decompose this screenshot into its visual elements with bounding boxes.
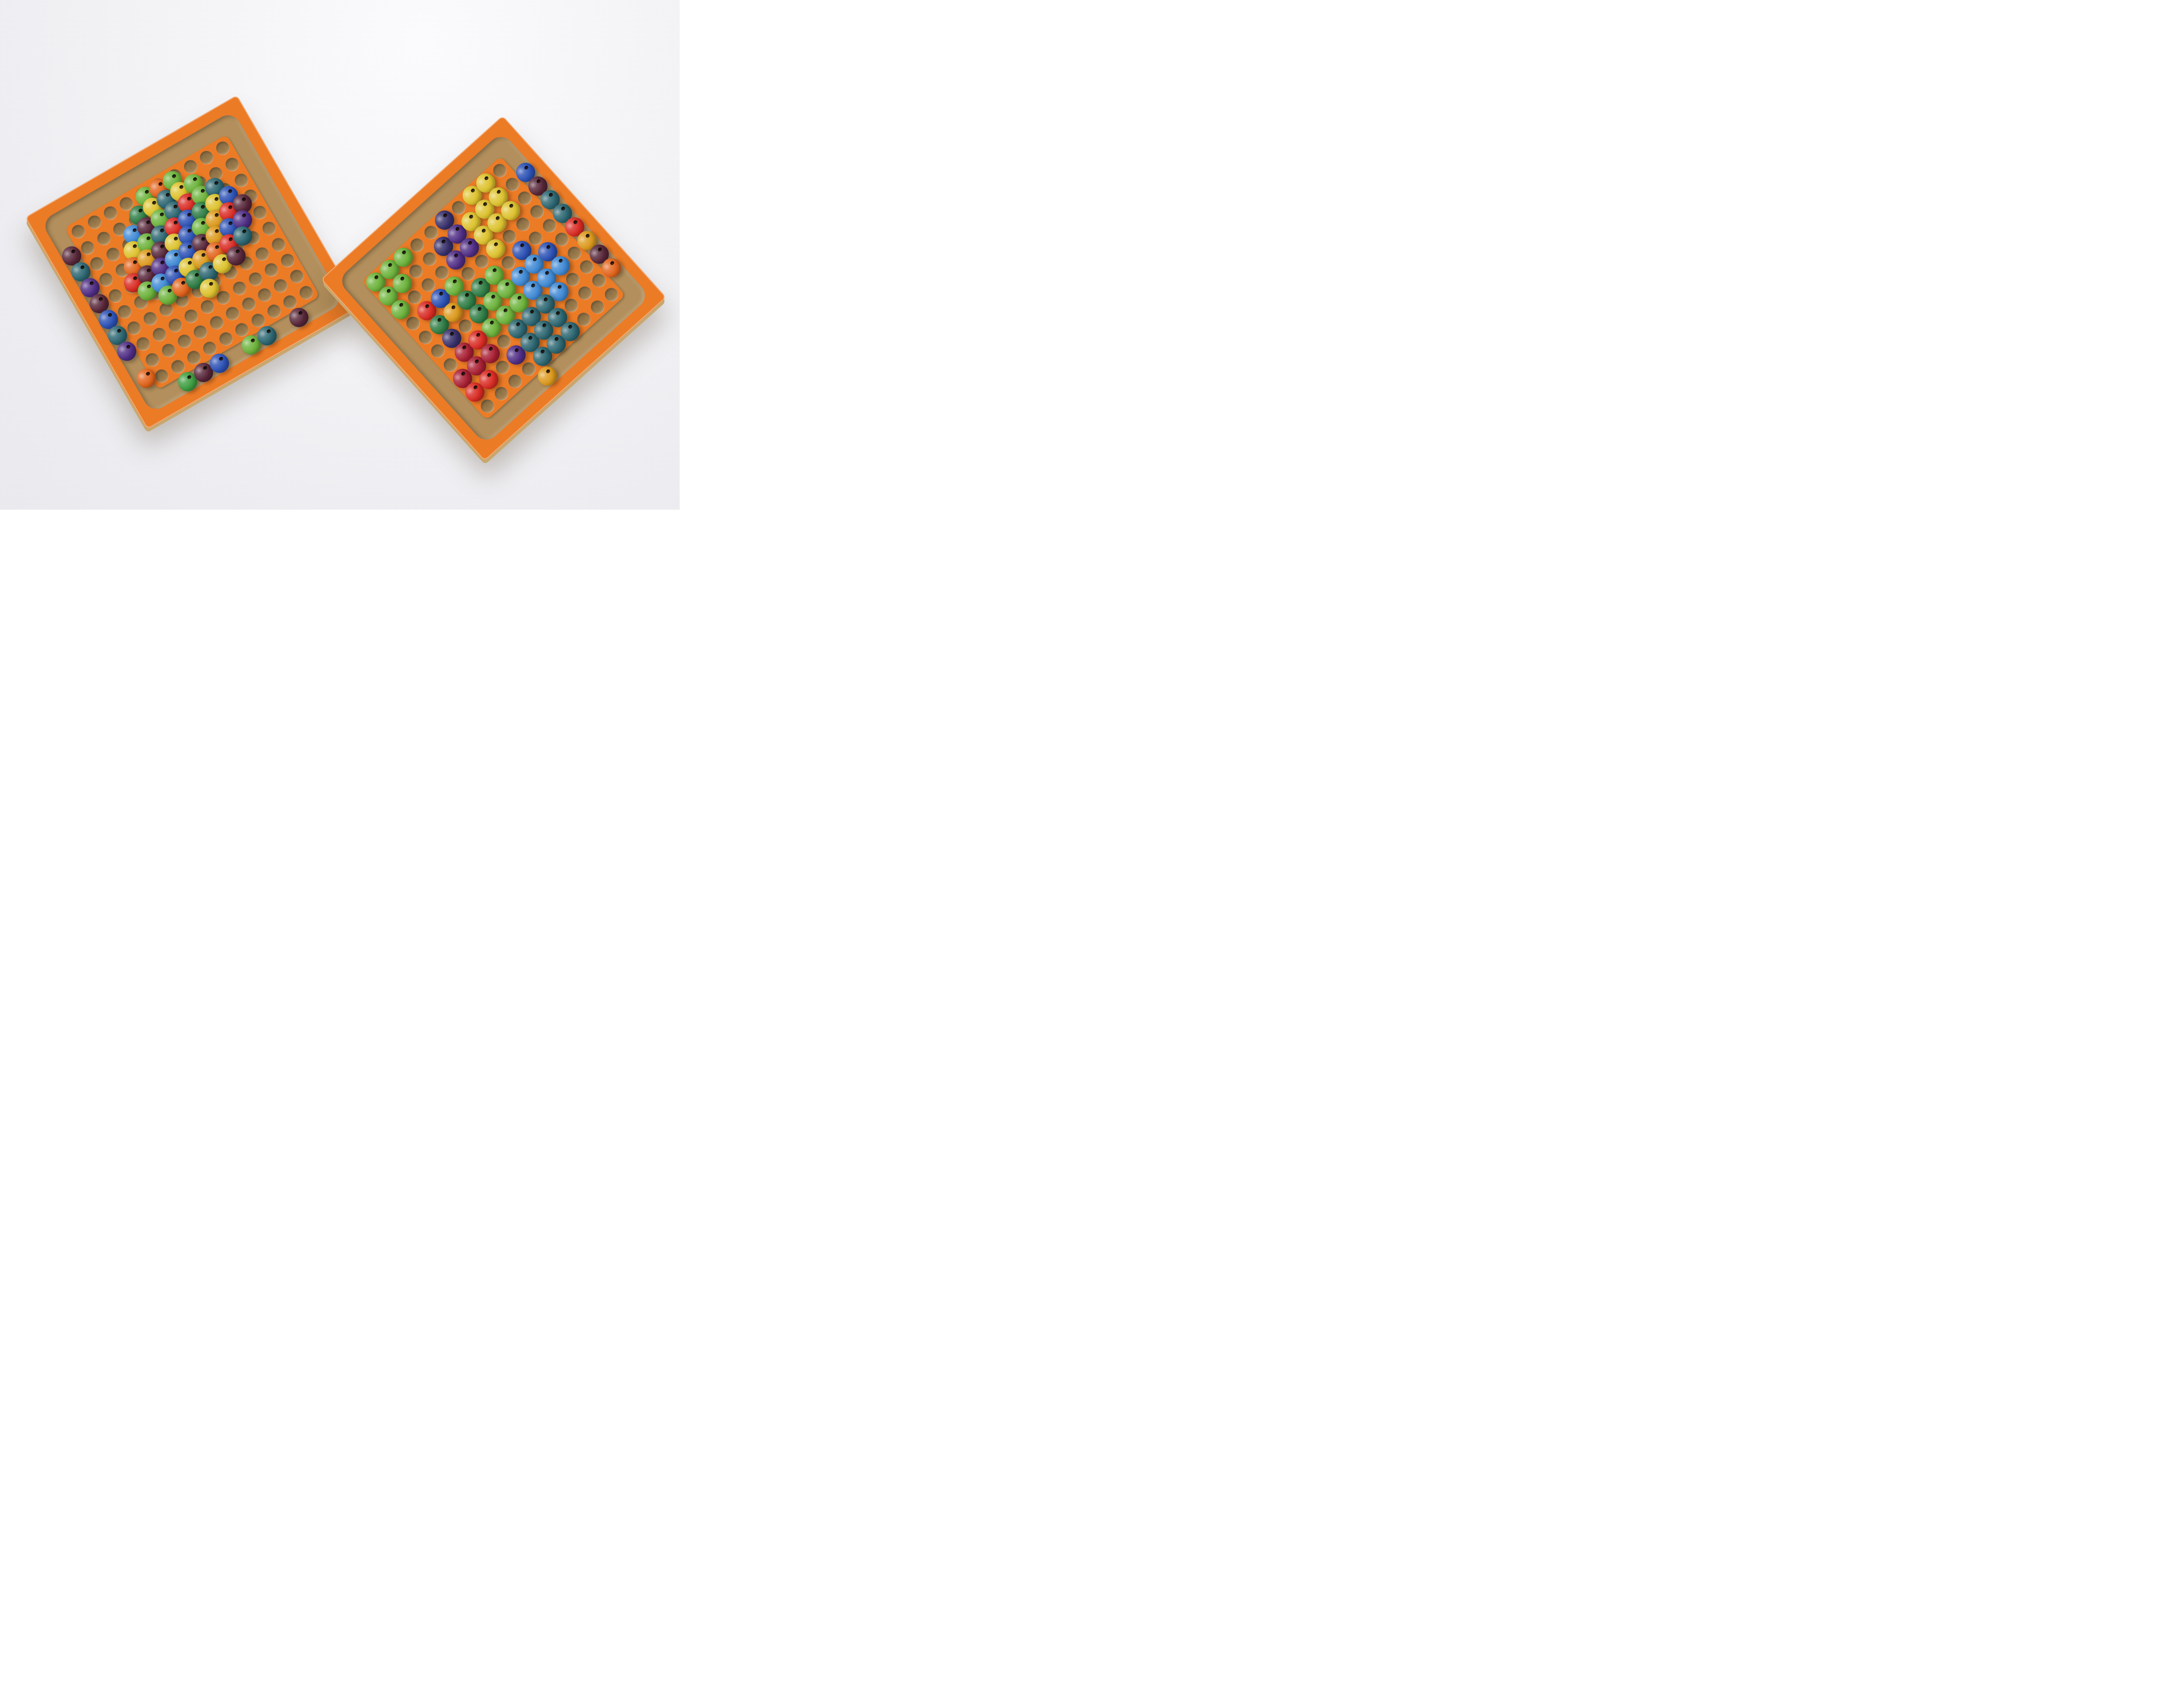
bead-hole <box>79 265 85 269</box>
bead-hole <box>462 345 467 350</box>
bead-hole <box>146 252 151 257</box>
bead-hole <box>200 204 205 209</box>
bead-hole <box>505 282 510 287</box>
bead-hole <box>536 179 541 184</box>
right-peg-board <box>321 116 667 461</box>
bead-hole <box>165 192 170 197</box>
bead-hole <box>202 366 207 370</box>
bead-hole <box>464 293 470 298</box>
bead-hole <box>200 236 206 241</box>
bead-hole <box>187 212 192 217</box>
bead-hole <box>518 269 523 274</box>
bead-hole <box>221 257 227 262</box>
bead-hole <box>474 359 480 364</box>
bead-hole <box>585 233 590 238</box>
bead-hole <box>116 328 121 333</box>
bead-hole <box>214 245 220 249</box>
bead-hole <box>218 356 224 361</box>
bead-hole <box>160 276 165 281</box>
photo-scene <box>0 0 680 510</box>
bead-hole <box>145 236 151 241</box>
bead-hole <box>173 236 178 241</box>
bead-hole <box>138 208 143 213</box>
bead-hole <box>449 331 455 336</box>
bead-hole <box>192 176 197 181</box>
bead-hole <box>70 249 76 254</box>
bead-hole <box>488 346 493 352</box>
bead-hole <box>171 173 176 178</box>
bead-hole <box>492 268 498 273</box>
bead-hole <box>297 311 303 315</box>
bead-hole <box>477 306 482 311</box>
bead-hole <box>208 281 214 286</box>
bead-hole <box>531 283 536 288</box>
bead-hole <box>266 329 271 334</box>
bead-hole <box>543 297 548 302</box>
bead-hole <box>441 239 446 244</box>
bead-hole <box>558 258 563 263</box>
bead-hole <box>400 276 405 281</box>
bead-hole <box>470 188 475 193</box>
bead-hole <box>609 260 615 266</box>
bead-hole <box>556 311 561 316</box>
bead-hole <box>532 257 537 262</box>
bead-hole <box>455 227 460 232</box>
bead-hole <box>145 371 150 376</box>
bead-hole <box>214 213 219 217</box>
bead-hole <box>228 237 233 242</box>
bead-hole <box>508 203 514 208</box>
bead-hole <box>425 304 430 309</box>
bead-hole <box>437 318 442 323</box>
bead-hole <box>451 305 456 310</box>
bead-hole <box>496 190 501 195</box>
bead-hole <box>173 252 179 257</box>
bead-hole <box>554 337 559 342</box>
bead-hole <box>503 308 508 313</box>
bead-hole <box>146 284 152 289</box>
bead-hole <box>144 189 149 194</box>
bead-hole <box>214 228 219 233</box>
bead-hole <box>476 332 481 338</box>
bead-hole <box>568 324 573 329</box>
bead-hole <box>373 275 379 280</box>
bead-hole <box>159 228 165 233</box>
bead-hole <box>523 165 529 170</box>
bead-hole <box>146 268 151 273</box>
bead-hole <box>173 268 179 273</box>
bead-hole <box>387 262 393 268</box>
bead-hole <box>228 221 233 225</box>
bead-hole <box>180 280 186 285</box>
bead-hole <box>194 273 199 277</box>
bead-hole <box>495 215 500 221</box>
bead-hole <box>442 213 448 218</box>
bead-hole <box>132 276 138 280</box>
bead-hole <box>545 369 550 374</box>
bead-hole <box>187 244 192 249</box>
bead-hole <box>398 302 404 307</box>
bead-hole <box>540 349 546 354</box>
bead-hole <box>200 252 206 257</box>
bead-hole <box>241 197 246 202</box>
bead-hole <box>228 205 233 210</box>
bead-hole <box>207 265 213 269</box>
bead-hole <box>214 180 219 185</box>
bead-hole <box>187 228 192 233</box>
bead-hole <box>386 289 391 294</box>
bead-hole <box>515 321 521 327</box>
bead-hole <box>179 184 184 189</box>
bead-hole <box>517 295 522 300</box>
bead-hole <box>491 294 496 299</box>
bead-hole <box>573 220 578 225</box>
bead-hole <box>529 309 535 314</box>
bead-hole <box>200 188 205 193</box>
bead-hole <box>132 260 138 265</box>
bead-hole <box>187 260 192 265</box>
bead-hole <box>173 204 178 209</box>
bead-hole <box>159 260 165 265</box>
bead-hole <box>542 323 547 328</box>
bead-hole <box>548 192 553 197</box>
bead-hole <box>187 196 192 201</box>
bead-hole <box>452 279 457 284</box>
bead-hole <box>557 284 562 290</box>
bead-hole <box>520 243 525 248</box>
bead-hole <box>214 197 219 201</box>
bead-hole <box>151 200 156 205</box>
bead-hole <box>528 335 533 341</box>
bead-hole <box>200 221 206 225</box>
bead-hole <box>544 270 549 276</box>
bead-hole <box>453 253 459 258</box>
bead-hole <box>467 240 473 245</box>
bead-hole <box>560 206 566 211</box>
bead-hole <box>145 220 151 224</box>
bead-hole <box>227 189 232 193</box>
bead-hole <box>482 202 487 207</box>
left-peg-board <box>25 95 359 429</box>
bead-hole <box>235 249 240 254</box>
bead-hole <box>494 242 499 247</box>
bead-hole <box>132 244 137 248</box>
bead-hole <box>132 228 137 232</box>
bead-hole <box>167 288 172 293</box>
bead-hole <box>98 297 103 301</box>
bead-hole <box>484 176 489 181</box>
bead-hole <box>159 244 165 249</box>
bead-hole <box>159 212 164 217</box>
bead-hole <box>478 280 484 286</box>
bead-hole <box>173 220 178 225</box>
bead-hole <box>250 338 255 343</box>
bead-hole <box>125 344 131 349</box>
bead-hole <box>481 228 486 233</box>
bead-hole <box>107 312 112 317</box>
bead-hole <box>514 348 519 353</box>
bead-hole <box>546 245 551 250</box>
bead-hole <box>473 385 478 390</box>
bead-hole <box>242 229 247 234</box>
bead-hole <box>597 247 602 252</box>
bead-hole <box>158 181 163 186</box>
bead-hole <box>469 214 474 219</box>
bead-hole <box>489 320 494 325</box>
bead-hole <box>401 250 406 255</box>
bead-hole <box>487 373 492 378</box>
bead-hole <box>187 375 192 380</box>
bead-hole <box>241 213 246 217</box>
bead-hole <box>460 371 466 376</box>
bead-hole <box>89 281 94 286</box>
bead-hole <box>439 291 444 297</box>
